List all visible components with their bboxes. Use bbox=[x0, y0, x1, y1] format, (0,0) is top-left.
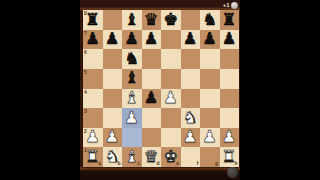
white-bishop: ♝ bbox=[124, 90, 139, 107]
black-knight: ♞ bbox=[202, 11, 217, 28]
square-h1[interactable]: h♜ bbox=[220, 147, 240, 167]
material-advantage-badge: +1 bbox=[223, 2, 230, 8]
black-pawn: ♟ bbox=[85, 31, 100, 48]
square-f3[interactable]: ♞ bbox=[181, 108, 201, 128]
square-d4[interactable]: ♟ bbox=[142, 89, 162, 109]
square-b8[interactable] bbox=[103, 10, 123, 30]
square-f8[interactable] bbox=[181, 10, 201, 30]
file-label-b: b bbox=[117, 161, 120, 166]
square-g7[interactable]: ♟ bbox=[200, 30, 220, 50]
black-pawn: ♟ bbox=[124, 31, 139, 48]
rank-label-6: 6 bbox=[84, 50, 87, 55]
black-pawn: ♟ bbox=[183, 31, 198, 48]
square-d7[interactable]: ♟ bbox=[142, 30, 162, 50]
white-pawn: ♟ bbox=[124, 109, 139, 126]
white-pawn: ♟ bbox=[202, 129, 217, 146]
square-h8[interactable]: ♜ bbox=[220, 10, 240, 30]
white-pawn: ♟ bbox=[163, 90, 178, 107]
square-b3[interactable] bbox=[103, 108, 123, 128]
white-pawn: ♟ bbox=[85, 129, 100, 146]
white-pawn: ♟ bbox=[222, 129, 237, 146]
square-c3[interactable]: ♟ bbox=[122, 108, 142, 128]
square-e5[interactable] bbox=[161, 69, 181, 89]
black-rook: ♜ bbox=[222, 11, 237, 28]
white-knight: ♞ bbox=[183, 109, 198, 126]
square-h2[interactable]: ♟ bbox=[220, 128, 240, 148]
captured-white-pawn-icon bbox=[231, 2, 238, 9]
video-content-area: +1 8♜♝♛♚♞♜7♟♟♟♟♟♟♟6♞5♝4♝♟♟3♟♞2♟♟♟♟♟1a♜b♞… bbox=[80, 0, 240, 180]
square-d1[interactable]: d♛ bbox=[142, 147, 162, 167]
square-h6[interactable] bbox=[220, 49, 240, 69]
square-b6[interactable] bbox=[103, 49, 123, 69]
file-label-c: c bbox=[137, 161, 140, 166]
black-rook: ♜ bbox=[85, 11, 100, 28]
square-d6[interactable] bbox=[142, 49, 162, 69]
square-c8[interactable]: ♝ bbox=[122, 10, 142, 30]
square-f6[interactable] bbox=[181, 49, 201, 69]
square-b2[interactable]: ♟ bbox=[103, 128, 123, 148]
file-label-h: h bbox=[234, 161, 237, 166]
black-bishop: ♝ bbox=[124, 70, 139, 87]
square-e6[interactable] bbox=[161, 49, 181, 69]
square-e4[interactable]: ♟ bbox=[161, 89, 181, 109]
black-king: ♚ bbox=[163, 11, 178, 28]
black-pawn: ♟ bbox=[222, 31, 237, 48]
square-a3[interactable]: 3 bbox=[83, 108, 103, 128]
square-d5[interactable] bbox=[142, 69, 162, 89]
rank-label-3: 3 bbox=[84, 109, 87, 114]
square-g8[interactable]: ♞ bbox=[200, 10, 220, 30]
square-a8[interactable]: 8♜ bbox=[83, 10, 103, 30]
square-g1[interactable]: g bbox=[200, 147, 220, 167]
square-g6[interactable] bbox=[200, 49, 220, 69]
square-g4[interactable] bbox=[200, 89, 220, 109]
square-h4[interactable] bbox=[220, 89, 240, 109]
rank-label-7: 7 bbox=[84, 31, 87, 36]
square-a1[interactable]: 1a♜ bbox=[83, 147, 103, 167]
square-f2[interactable]: ♟ bbox=[181, 128, 201, 148]
square-d2[interactable] bbox=[142, 128, 162, 148]
square-b5[interactable] bbox=[103, 69, 123, 89]
square-a6[interactable]: 6 bbox=[83, 49, 103, 69]
square-f7[interactable]: ♟ bbox=[181, 30, 201, 50]
square-b4[interactable] bbox=[103, 89, 123, 109]
square-e1[interactable]: e♚ bbox=[161, 147, 181, 167]
square-c2[interactable] bbox=[122, 128, 142, 148]
black-pawn: ♟ bbox=[105, 31, 120, 48]
square-f1[interactable]: f bbox=[181, 147, 201, 167]
black-pawn: ♟ bbox=[144, 90, 159, 107]
square-c4[interactable]: ♝ bbox=[122, 89, 142, 109]
file-label-e: e bbox=[176, 161, 179, 166]
black-pawn: ♟ bbox=[144, 31, 159, 48]
square-a4[interactable]: 4 bbox=[83, 89, 103, 109]
square-e7[interactable] bbox=[161, 30, 181, 50]
black-knight: ♞ bbox=[124, 50, 139, 67]
rank-label-8: 8 bbox=[84, 11, 87, 16]
file-label-d: d bbox=[156, 161, 159, 166]
square-d3[interactable] bbox=[142, 108, 162, 128]
black-pawn: ♟ bbox=[202, 31, 217, 48]
square-c6[interactable]: ♞ bbox=[122, 49, 142, 69]
square-c5[interactable]: ♝ bbox=[122, 69, 142, 89]
rank-label-2: 2 bbox=[84, 129, 87, 134]
square-e3[interactable] bbox=[161, 108, 181, 128]
square-b7[interactable]: ♟ bbox=[103, 30, 123, 50]
white-pawn: ♟ bbox=[105, 129, 120, 146]
square-g3[interactable] bbox=[200, 108, 220, 128]
rank-label-1: 1 bbox=[84, 148, 87, 153]
square-f4[interactable] bbox=[181, 89, 201, 109]
material-indicator: +1 bbox=[223, 1, 238, 9]
square-h5[interactable] bbox=[220, 69, 240, 89]
bottom-right-circle-button[interactable] bbox=[227, 167, 238, 178]
file-label-a: a bbox=[98, 161, 101, 166]
square-g2[interactable]: ♟ bbox=[200, 128, 220, 148]
rank-label-4: 4 bbox=[84, 90, 87, 95]
square-h3[interactable] bbox=[220, 108, 240, 128]
square-e8[interactable]: ♚ bbox=[161, 10, 181, 30]
square-a2[interactable]: 2♟ bbox=[83, 128, 103, 148]
square-g5[interactable] bbox=[200, 69, 220, 89]
square-b1[interactable]: b♞ bbox=[103, 147, 123, 167]
rank-label-5: 5 bbox=[84, 70, 87, 75]
square-c7[interactable]: ♟ bbox=[122, 30, 142, 50]
chess-board[interactable]: 8♜♝♛♚♞♜7♟♟♟♟♟♟♟6♞5♝4♝♟♟3♟♞2♟♟♟♟♟1a♜b♞c♝d… bbox=[83, 10, 239, 167]
square-c1[interactable]: c♝ bbox=[122, 147, 142, 167]
square-d8[interactable]: ♛ bbox=[142, 10, 162, 30]
file-label-f: f bbox=[197, 161, 199, 166]
square-h7[interactable]: ♟ bbox=[220, 30, 240, 50]
file-label-g: g bbox=[215, 161, 218, 166]
square-a5[interactable]: 5 bbox=[83, 69, 103, 89]
square-f5[interactable] bbox=[181, 69, 201, 89]
white-pawn: ♟ bbox=[183, 129, 198, 146]
square-a7[interactable]: 7♟ bbox=[83, 30, 103, 50]
square-e2[interactable] bbox=[161, 128, 181, 148]
black-bishop: ♝ bbox=[124, 11, 139, 28]
black-queen: ♛ bbox=[144, 11, 159, 28]
